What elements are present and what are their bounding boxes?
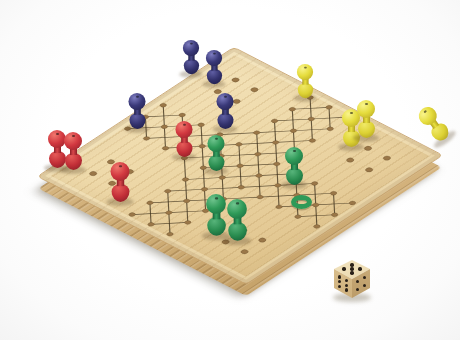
board-hole — [142, 136, 151, 141]
peg-base — [208, 155, 224, 171]
peg-blue-2[interactable] — [204, 50, 224, 86]
peg-head — [227, 199, 247, 219]
board-hole — [288, 107, 297, 112]
peg-base — [217, 113, 233, 129]
peg-head — [207, 135, 224, 152]
ludo-board — [37, 47, 444, 285]
board-hole — [348, 200, 357, 205]
peg-red-3[interactable] — [108, 162, 131, 204]
peg-base — [176, 141, 192, 157]
peg-base — [286, 168, 303, 185]
board-hole — [271, 140, 280, 145]
die-pip — [356, 288, 359, 291]
die-pip — [358, 267, 361, 270]
board-hole — [272, 161, 281, 166]
track-line — [167, 158, 204, 179]
board-hole — [252, 130, 261, 135]
peg-base — [297, 83, 312, 98]
peg-base — [358, 121, 375, 138]
board-hole — [312, 224, 321, 229]
board-hole — [200, 187, 209, 192]
peg-head — [183, 40, 199, 56]
die-pip — [345, 288, 348, 291]
start-hole — [239, 249, 249, 255]
peg-head — [206, 194, 226, 214]
board-hole — [165, 231, 174, 236]
board-hole — [161, 146, 170, 151]
board-hole — [197, 122, 206, 127]
start-hole — [345, 157, 355, 163]
start-hole — [88, 171, 98, 177]
start-hole — [230, 77, 240, 83]
peg-yellow-3[interactable] — [355, 100, 377, 140]
peg-blue-3[interactable] — [127, 93, 148, 131]
die-pip — [350, 267, 353, 270]
peg-base — [228, 222, 247, 241]
board-hole — [270, 118, 279, 123]
board-hole — [147, 222, 156, 227]
board-hole — [293, 214, 302, 219]
peg-base — [207, 217, 226, 236]
peg-red-2[interactable] — [62, 132, 84, 172]
start-hole — [363, 145, 373, 151]
board-hole — [234, 142, 243, 147]
product-photo-stage — [0, 0, 460, 340]
peg-base — [129, 113, 145, 129]
peg-head — [206, 50, 222, 66]
board-hole — [183, 220, 192, 225]
board-hole — [159, 103, 168, 108]
peg-head — [285, 147, 303, 165]
board-hole — [254, 173, 263, 178]
board-hole — [330, 212, 339, 217]
board-hole — [145, 200, 154, 205]
board-hole-pattern — [38, 48, 442, 284]
peg-red-4[interactable] — [174, 121, 195, 159]
peg-head — [216, 93, 233, 110]
start-hole — [382, 155, 392, 161]
board-hole — [182, 198, 191, 203]
board-hole — [325, 105, 334, 110]
peg-head — [64, 132, 82, 150]
board-hole — [256, 194, 265, 199]
start-hole — [257, 237, 267, 243]
board-hole — [163, 189, 172, 194]
board-hole — [237, 185, 246, 190]
peg-base — [65, 153, 82, 170]
board-hole — [308, 138, 317, 143]
peg-base — [183, 59, 198, 74]
peg-head — [297, 64, 313, 80]
start-hole — [249, 87, 259, 93]
board-hole — [178, 112, 187, 117]
peg-head — [128, 93, 145, 110]
board-hole — [311, 202, 320, 207]
die-pip — [350, 263, 353, 266]
peg-head — [357, 100, 375, 118]
start-hole — [364, 167, 374, 173]
board-hole — [128, 212, 137, 217]
peg-green-1[interactable] — [206, 135, 227, 173]
peg-base — [206, 69, 221, 84]
board-hole — [181, 177, 190, 182]
board-hole — [164, 210, 173, 215]
peg-yellow-4[interactable] — [414, 102, 455, 147]
peg-blue-1[interactable] — [181, 40, 201, 76]
board-hole — [218, 175, 227, 180]
board-hole — [289, 128, 298, 133]
peg-yellow-1[interactable] — [295, 64, 315, 100]
peg-head — [175, 121, 192, 138]
board-hole — [329, 191, 338, 196]
die[interactable] — [330, 257, 374, 303]
peg-green-2[interactable] — [283, 147, 305, 187]
board-hole — [253, 151, 262, 156]
peg-green-4[interactable] — [225, 199, 249, 243]
board-hole — [307, 116, 316, 121]
board-hole — [274, 204, 283, 209]
die-pip — [350, 271, 353, 274]
board-hole — [310, 181, 319, 186]
green-ring[interactable] — [291, 195, 312, 209]
peg-blue-4[interactable] — [215, 93, 236, 131]
die-pip — [345, 284, 348, 287]
board-hole — [160, 124, 169, 129]
board-hole — [326, 126, 335, 131]
peg-head — [111, 162, 130, 181]
board-hole — [236, 163, 245, 168]
peg-base — [111, 184, 129, 202]
die-pip — [342, 267, 345, 270]
